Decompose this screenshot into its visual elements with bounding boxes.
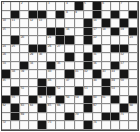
crossword-cell-r3c3[interactable]	[20, 19, 29, 28]
crossword-cell-r9c12[interactable]: 43	[102, 70, 111, 79]
crossword-cell-r5c3[interactable]: 20	[20, 36, 29, 45]
crossword-cell-r8c11[interactable]: 36	[93, 62, 102, 71]
clue-number: 73	[48, 121, 51, 124]
crossword-cell-r10c6[interactable]: 46	[47, 79, 56, 88]
clue-number: 59	[75, 96, 78, 99]
crossword-cell-r9c2[interactable]: 38	[11, 70, 20, 79]
clue-number: 51	[21, 87, 24, 90]
crossword-cell-r11c7[interactable]: 52	[56, 87, 65, 96]
crossword-cell-r2c12[interactable]	[102, 11, 111, 20]
clue-number: 61	[102, 96, 105, 99]
clue-number: 27	[57, 45, 60, 48]
clue-number: 72	[3, 121, 6, 124]
crossword-cell-r1c12[interactable]: 6	[102, 2, 111, 11]
crossword-cell-r6c15[interactable]	[129, 45, 138, 54]
crossword-cell-r12c8[interactable]: 58	[65, 96, 74, 105]
clue-number: 26	[48, 45, 51, 48]
crossword-cell-r15c13[interactable]	[111, 121, 120, 130]
crossword-cell-r11c14[interactable]	[120, 87, 129, 96]
crossword-cell-r9c10[interactable]: 42	[84, 70, 93, 79]
crossword-cell-r3c9[interactable]	[75, 19, 84, 28]
crossword-cell-r7c5[interactable]: 30	[38, 53, 47, 62]
crossword-cell-r4c1[interactable]: 15	[2, 28, 11, 37]
crossword-cell-r4c4[interactable]	[29, 28, 38, 37]
clue-number: 42	[84, 70, 87, 73]
clue-number: 64	[30, 104, 33, 107]
clue-number: 49	[111, 79, 114, 82]
clue-number: 35	[57, 62, 60, 65]
black-cell-r15c5	[38, 121, 47, 130]
clue-number: 31	[93, 53, 96, 56]
crossword-cell-r12c9[interactable]: 59	[75, 96, 84, 105]
crossword-cell-r11c13[interactable]: 54	[111, 87, 120, 96]
clue-number: 69	[21, 113, 24, 116]
crossword-cell-r14c5[interactable]	[38, 113, 47, 122]
black-cell-r10c12	[102, 79, 111, 88]
black-cell-r6c13	[111, 45, 120, 54]
crossword-cell-r15c7[interactable]	[56, 121, 65, 130]
clue-number: 4	[66, 2, 68, 5]
clue-number: 47	[66, 79, 69, 82]
crossword-cell-r1c15[interactable]	[129, 2, 138, 11]
clue-number: 3	[48, 2, 50, 5]
crossword-cell-r13c7[interactable]: 66	[56, 104, 65, 113]
crossword-cell-r1c10[interactable]: 5	[84, 2, 93, 11]
black-cell-r14c13	[111, 113, 120, 122]
crossword-cell-r15c12[interactable]	[102, 121, 111, 130]
crossword-cell-r1c2[interactable]	[11, 2, 20, 11]
crossword-cell-r15c4[interactable]	[29, 121, 38, 130]
clue-number: 38	[12, 70, 15, 73]
clue-number: 45	[3, 79, 6, 82]
crossword-cell-r4c2[interactable]	[11, 28, 20, 37]
clue-number: 71	[120, 113, 123, 116]
clue-number: 43	[102, 70, 105, 73]
black-cell-r7c10	[84, 53, 93, 62]
crossword-cell-r13c11[interactable]: 67	[93, 104, 102, 113]
crossword-cell-r5c11[interactable]: 22	[93, 36, 102, 45]
clue-number: 13	[39, 19, 42, 22]
crossword-cell-r10c8[interactable]: 47	[65, 79, 74, 88]
crossword-cell-r5c14[interactable]	[120, 36, 129, 45]
black-cell-r15c10	[84, 121, 93, 130]
crossword-cell-r11c3[interactable]: 51	[20, 87, 29, 96]
crossword-cell-r6c12[interactable]	[102, 45, 111, 54]
clue-number: 58	[66, 96, 69, 99]
crossword-cell-r3c6[interactable]	[47, 19, 56, 28]
crossword-cell-r2c6[interactable]	[47, 11, 56, 20]
crossword-cell-r10c15[interactable]	[129, 79, 138, 88]
crossword-cell-r10c4[interactable]	[29, 79, 38, 88]
black-cell-r13c5	[38, 104, 47, 113]
crossword-cell-r13c13[interactable]	[111, 104, 120, 113]
crossword-cell-r3c15[interactable]	[129, 19, 138, 28]
crossword-cell-r13c6[interactable]: 65	[47, 104, 56, 113]
crossword-cell-r5c13[interactable]	[111, 36, 120, 45]
crossword-cell-r10c14[interactable]: 50	[120, 79, 129, 88]
clue-number: 22	[93, 36, 96, 39]
crossword-cell-r15c15[interactable]	[129, 121, 138, 130]
crossword-cell-r1c3[interactable]: 2	[20, 2, 29, 11]
crossword-cell-r14c9[interactable]: 70	[75, 113, 84, 122]
crossword-cell-r5c12[interactable]	[102, 36, 111, 45]
crossword-cell-r9c9[interactable]: 41	[75, 70, 84, 79]
crossword-cell-r4c8[interactable]: 16	[65, 28, 74, 37]
crossword-cell-r5c4[interactable]	[29, 36, 38, 45]
crossword-cell-r8c5[interactable]	[38, 62, 47, 71]
crossword-cell-r2c10[interactable]	[84, 11, 93, 20]
clue-number: 66	[57, 104, 60, 107]
crossword-cell-r14c15[interactable]	[129, 113, 138, 122]
black-cell-r10c5	[38, 79, 47, 88]
clue-number: 60	[93, 96, 96, 99]
crossword-cell-r6c6[interactable]: 26	[47, 45, 56, 54]
clue-number: 50	[120, 79, 123, 82]
crossword-cell-r14c7[interactable]	[56, 113, 65, 122]
crossword-cell-r12c5[interactable]: 56	[38, 96, 47, 105]
crossword-cell-r6c10[interactable]	[84, 45, 93, 54]
clue-number: 52	[57, 87, 60, 90]
crossword-cell-r13c15[interactable]: 68	[129, 104, 138, 113]
crossword-cell-r13c8[interactable]	[65, 104, 74, 113]
crossword-cell-r15c11[interactable]: 74	[93, 121, 102, 130]
clue-number: 21	[48, 36, 51, 39]
crossword-cell-r15c1[interactable]: 72	[2, 121, 11, 130]
crossword-cell-r7c9[interactable]	[75, 53, 84, 62]
clue-number: 15	[3, 28, 6, 31]
crossword-cell-r15c6[interactable]: 73	[47, 121, 56, 130]
clue-number: 29	[30, 53, 33, 56]
black-cell-r12c13	[111, 96, 120, 105]
clue-number: 5	[84, 2, 86, 5]
clue-number: 70	[75, 113, 78, 116]
crossword-cell-r2c14[interactable]	[120, 11, 129, 20]
clue-number: 54	[111, 87, 114, 90]
black-cell-r4c10	[84, 28, 93, 37]
crossword-cell-r11c10[interactable]: 53	[84, 87, 93, 96]
black-cell-r14c2	[11, 113, 20, 122]
clue-number: 62	[3, 104, 6, 107]
crossword-cell-r13c1[interactable]: 62	[2, 104, 11, 113]
clue-number: 40	[48, 70, 51, 73]
crossword-cell-r6c7[interactable]: 27	[56, 45, 65, 54]
crossword-cell-r15c14[interactable]	[120, 121, 129, 130]
crossword-cell-r7c3[interactable]	[20, 53, 29, 62]
black-cell-r5c8	[65, 36, 74, 45]
black-cell-r2c15	[129, 11, 138, 20]
crossword-cell-r2c3[interactable]	[20, 11, 29, 20]
crossword-cell-r6c9[interactable]	[75, 45, 84, 54]
crossword-cell-r4c14[interactable]: 19	[120, 28, 129, 37]
black-cell-r14c12	[102, 113, 111, 122]
crossword-cell-r6c2[interactable]: 25	[11, 45, 20, 54]
crossword-cell-r8c7[interactable]: 35	[56, 62, 65, 71]
clue-number: 53	[84, 87, 87, 90]
crossword-cell-r6c3[interactable]	[20, 45, 29, 54]
clue-number: 67	[93, 104, 96, 107]
black-cell-r13c10	[84, 104, 93, 113]
black-cell-r7c8	[65, 53, 74, 62]
crossword-cell-r11c4[interactable]	[29, 87, 38, 96]
clue-number: 6	[102, 2, 104, 5]
crossword-cell-r14c10[interactable]	[84, 113, 93, 122]
crossword-cell-r10c1[interactable]: 45	[2, 79, 11, 88]
clue-number: 68	[129, 104, 132, 107]
crossword-cell-r5c9[interactable]	[75, 36, 84, 45]
clue-number: 41	[75, 70, 78, 73]
clue-number: 7	[120, 2, 122, 5]
clue-number: 1	[3, 2, 5, 5]
black-cell-r4c7	[56, 28, 65, 37]
black-cell-r14c8	[65, 113, 74, 122]
crossword-cell-r8c8[interactable]	[65, 62, 74, 71]
clue-number: 9	[75, 11, 77, 14]
clue-number: 65	[48, 104, 51, 107]
crossword-cell-r12c14[interactable]	[120, 96, 129, 105]
black-cell-r5c10	[84, 36, 93, 45]
crossword-cell-r9c4[interactable]	[29, 70, 38, 79]
clue-number: 36	[93, 62, 96, 65]
clue-number: 14	[93, 19, 96, 22]
crossword-cell-r1c13[interactable]	[111, 2, 120, 11]
clue-number: 56	[39, 96, 42, 99]
black-cell-r2c7	[56, 11, 65, 20]
clue-number: 55	[12, 96, 15, 99]
black-cell-r12c10	[84, 96, 93, 105]
crossword-cell-r9c3[interactable]: 39	[20, 70, 29, 79]
crossword-cell-r5c15[interactable]: 23	[129, 36, 138, 45]
crossword-cell-r15c2[interactable]	[11, 121, 20, 130]
clue-number: 10	[3, 19, 6, 22]
crossword-cell-r3c13[interactable]	[111, 19, 120, 28]
crossword-cell-r7c6[interactable]	[47, 53, 56, 62]
clue-number: 57	[48, 96, 51, 99]
crossword-cell-r7c2[interactable]	[11, 53, 20, 62]
crossword-cell-r9c5[interactable]	[38, 70, 47, 79]
clue-number: 24	[3, 45, 6, 48]
crossword-cell-r14c4[interactable]	[29, 113, 38, 122]
clue-number: 23	[129, 36, 132, 39]
crossword-cell-r8c1[interactable]: 33	[2, 62, 11, 71]
crossword-cell-r1c5[interactable]	[38, 2, 47, 11]
crossword-cell-r6c8[interactable]	[65, 45, 74, 54]
crossword-cell-r1c14[interactable]: 7	[120, 2, 129, 11]
black-cell-r13c2	[11, 104, 20, 113]
crossword-cell-r5c5[interactable]	[38, 36, 47, 45]
crossword-cell-r8c4[interactable]: 34	[29, 62, 38, 71]
crossword-cell-r3c2[interactable]: 11	[11, 19, 20, 28]
clue-number: 2	[21, 2, 23, 5]
crossword-cell-r11c15[interactable]	[129, 87, 138, 96]
crossword-cell-r3c7[interactable]	[56, 19, 65, 28]
crossword-cell-r12c12[interactable]: 61	[102, 96, 111, 105]
crossword-cell-r1c7[interactable]	[56, 2, 65, 11]
clue-number: 39	[21, 70, 24, 73]
clue-number: 33	[3, 62, 6, 65]
crossword-cell-r3c4[interactable]: 12	[29, 19, 38, 28]
crossword-cell-r7c15[interactable]	[129, 53, 138, 62]
crossword-cell-r10c11[interactable]: 48	[93, 79, 102, 88]
crossword-cell-r13c4[interactable]: 64	[29, 104, 38, 113]
crossword-cell-r10c9[interactable]	[75, 79, 84, 88]
clue-number: 19	[120, 28, 123, 31]
crossword-cell-r2c9[interactable]: 9	[75, 11, 84, 20]
clue-number: 25	[12, 45, 15, 48]
black-cell-r1c11	[93, 2, 102, 11]
crossword-cell-r1c4[interactable]	[29, 2, 38, 11]
clue-number: 30	[39, 53, 42, 56]
crossword-cell-r15c3[interactable]	[20, 121, 29, 130]
clue-number: 12	[30, 19, 33, 22]
clue-number: 34	[30, 62, 33, 65]
crossword-cell-r7c12[interactable]	[102, 53, 111, 62]
crossword-cell-r15c8[interactable]	[65, 121, 74, 130]
clue-number: 17	[93, 28, 96, 31]
clue-number: 46	[48, 79, 51, 82]
crossword-cell-r4c5[interactable]	[38, 28, 47, 37]
crossword-cell-r7c13[interactable]	[111, 53, 120, 62]
crossword-cell-r13c12[interactable]	[102, 104, 111, 113]
crossword-grid: 1234567891011121314151617181920212223242…	[1, 1, 139, 131]
clue-number: 18	[102, 28, 105, 31]
crossword-puzzle: 1234567891011121314151617181920212223242…	[0, 0, 140, 132]
crossword-cell-r9c15[interactable]	[129, 70, 138, 79]
crossword-cell-r2c8[interactable]: 8	[65, 11, 74, 20]
crossword-cell-r4c9[interactable]	[75, 28, 84, 37]
clue-number: 44	[111, 70, 114, 73]
crossword-cell-r8c15[interactable]	[129, 62, 138, 71]
black-cell-r2c13	[111, 11, 120, 20]
crossword-cell-r10c2[interactable]	[11, 79, 20, 88]
crossword-cell-r4c12[interactable]: 18	[102, 28, 111, 37]
black-cell-r4c13	[111, 28, 120, 37]
crossword-cell-r9c7[interactable]	[56, 70, 65, 79]
clue-number: 32	[120, 53, 123, 56]
crossword-cell-r11c1[interactable]	[2, 87, 11, 96]
crossword-cell-r1c6[interactable]: 3	[47, 2, 56, 11]
clue-number: 11	[12, 19, 15, 22]
black-cell-r3c10	[84, 19, 93, 28]
crossword-cell-r14c3[interactable]: 69	[20, 113, 29, 122]
clue-number: 8	[66, 11, 68, 14]
crossword-cell-r3c5[interactable]: 13	[38, 19, 47, 28]
crossword-cell-r1c1[interactable]: 1	[2, 2, 11, 11]
crossword-cell-r15c9[interactable]	[75, 121, 84, 130]
clue-number: 28	[3, 53, 6, 56]
clue-number: 16	[66, 28, 69, 31]
crossword-cell-r12c2[interactable]: 55	[11, 96, 20, 105]
crossword-cell-r8c14[interactable]: 37	[120, 62, 129, 71]
clue-number: 37	[120, 62, 123, 65]
clue-number: 74	[93, 121, 96, 124]
clue-number: 63	[21, 104, 24, 107]
clue-number: 20	[21, 36, 24, 39]
clue-number: 48	[93, 79, 96, 82]
crossword-cell-r14c14[interactable]: 71	[120, 113, 129, 122]
